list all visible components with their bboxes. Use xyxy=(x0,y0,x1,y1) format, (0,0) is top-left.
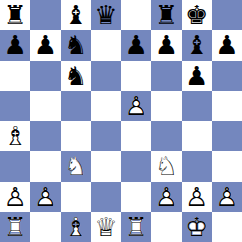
piece-outline-glyph: ♙ xyxy=(121,91,151,121)
square-h4[interactable] xyxy=(212,121,242,151)
square-e8[interactable] xyxy=(121,0,151,30)
piece-outline-glyph: ♖ xyxy=(121,212,151,242)
square-d7[interactable] xyxy=(91,30,121,60)
square-c2[interactable] xyxy=(61,182,91,212)
piece-glyph: ♟ xyxy=(121,30,151,60)
piece-outline-glyph: ♙ xyxy=(151,182,181,212)
piece-white-rook[interactable]: ♜♖ xyxy=(121,212,151,242)
piece-black-king[interactable]: ♚ xyxy=(182,0,212,30)
square-g8[interactable]: ♚ xyxy=(182,0,212,30)
piece-black-pawn[interactable]: ♟ xyxy=(0,30,30,60)
piece-black-rook[interactable]: ♜ xyxy=(151,0,181,30)
square-f1[interactable] xyxy=(151,212,181,242)
square-c1[interactable]: ♝♗ xyxy=(61,212,91,242)
piece-glyph: ♟ xyxy=(212,30,242,60)
piece-black-bishop[interactable]: ♝ xyxy=(182,30,212,60)
square-e1[interactable]: ♜♖ xyxy=(121,212,151,242)
piece-black-queen[interactable]: ♛ xyxy=(91,0,121,30)
piece-black-pawn[interactable]: ♟ xyxy=(151,30,181,60)
piece-white-knight[interactable]: ♞♘ xyxy=(151,151,181,181)
square-c8[interactable]: ♝ xyxy=(61,0,91,30)
square-h8[interactable] xyxy=(212,0,242,30)
square-b1[interactable] xyxy=(30,212,60,242)
square-a4[interactable]: ♝♗ xyxy=(0,121,30,151)
piece-glyph: ♜ xyxy=(151,0,181,30)
square-g4[interactable] xyxy=(182,121,212,151)
square-c7[interactable]: ♞ xyxy=(61,30,91,60)
square-b2[interactable]: ♟♙ xyxy=(30,182,60,212)
square-b8[interactable] xyxy=(30,0,60,30)
piece-glyph: ♞ xyxy=(61,30,91,60)
square-b7[interactable]: ♟ xyxy=(30,30,60,60)
piece-white-pawn[interactable]: ♟♙ xyxy=(30,182,60,212)
piece-glyph: ♝ xyxy=(61,0,91,30)
square-g2[interactable]: ♟♙ xyxy=(182,182,212,212)
piece-black-pawn[interactable]: ♟ xyxy=(212,30,242,60)
square-d4[interactable] xyxy=(91,121,121,151)
piece-black-pawn[interactable]: ♟ xyxy=(121,30,151,60)
square-e6[interactable] xyxy=(121,61,151,91)
piece-outline-glyph: ♘ xyxy=(151,151,181,181)
piece-outline-glyph: ♔ xyxy=(182,212,212,242)
piece-glyph: ♚ xyxy=(182,0,212,30)
square-f2[interactable]: ♟♙ xyxy=(151,182,181,212)
square-d6[interactable] xyxy=(91,61,121,91)
square-g5[interactable] xyxy=(182,91,212,121)
piece-white-rook[interactable]: ♜♖ xyxy=(0,212,30,242)
piece-glyph: ♟ xyxy=(0,30,30,60)
piece-black-rook[interactable]: ♜ xyxy=(0,0,30,30)
piece-outline-glyph: ♙ xyxy=(212,182,242,212)
piece-white-pawn[interactable]: ♟♙ xyxy=(0,182,30,212)
square-d2[interactable] xyxy=(91,182,121,212)
square-g7[interactable]: ♝ xyxy=(182,30,212,60)
piece-glyph: ♟ xyxy=(151,30,181,60)
piece-outline-glyph: ♖ xyxy=(0,212,30,242)
square-h6[interactable] xyxy=(212,61,242,91)
square-e5[interactable]: ♟♙ xyxy=(121,91,151,121)
square-h2[interactable]: ♟♙ xyxy=(212,182,242,212)
piece-white-pawn[interactable]: ♟♙ xyxy=(182,182,212,212)
piece-glyph: ♛ xyxy=(91,0,121,30)
square-f5[interactable] xyxy=(151,91,181,121)
square-d1[interactable]: ♛♕ xyxy=(91,212,121,242)
piece-glyph: ♞ xyxy=(61,61,91,91)
square-a6[interactable] xyxy=(0,61,30,91)
piece-white-king[interactable]: ♚♔ xyxy=(182,212,212,242)
piece-white-pawn[interactable]: ♟♙ xyxy=(212,182,242,212)
piece-white-bishop[interactable]: ♝♗ xyxy=(0,121,30,151)
square-c5[interactable] xyxy=(61,91,91,121)
square-a2[interactable]: ♟♙ xyxy=(0,182,30,212)
square-f4[interactable] xyxy=(151,121,181,151)
square-b6[interactable] xyxy=(30,61,60,91)
square-f7[interactable]: ♟ xyxy=(151,30,181,60)
square-a8[interactable]: ♜ xyxy=(0,0,30,30)
piece-outline-glyph: ♙ xyxy=(0,182,30,212)
square-d3[interactable] xyxy=(91,151,121,181)
piece-white-queen[interactable]: ♛♕ xyxy=(91,212,121,242)
piece-outline-glyph: ♙ xyxy=(30,182,60,212)
square-a5[interactable] xyxy=(0,91,30,121)
square-c6[interactable]: ♞ xyxy=(61,61,91,91)
piece-glyph: ♟ xyxy=(30,30,60,60)
square-e4[interactable] xyxy=(121,121,151,151)
square-h1[interactable] xyxy=(212,212,242,242)
piece-black-pawn[interactable]: ♟ xyxy=(182,61,212,91)
piece-white-pawn[interactable]: ♟♙ xyxy=(121,91,151,121)
square-f3[interactable]: ♞♘ xyxy=(151,151,181,181)
square-a1[interactable]: ♜♖ xyxy=(0,212,30,242)
piece-black-knight[interactable]: ♞ xyxy=(61,30,91,60)
square-g1[interactable]: ♚♔ xyxy=(182,212,212,242)
piece-black-knight[interactable]: ♞ xyxy=(61,61,91,91)
piece-outline-glyph: ♗ xyxy=(61,212,91,242)
square-d5[interactable] xyxy=(91,91,121,121)
square-e2[interactable] xyxy=(121,182,151,212)
chess-board: ♜♝♛♜♚♟♟♞♟♟♝♟♞♟♟♙♝♗♞♘♞♘♟♙♟♙♟♙♟♙♟♙♜♖♝♗♛♕♜♖… xyxy=(0,0,242,242)
square-c3[interactable]: ♞♘ xyxy=(61,151,91,181)
piece-white-bishop[interactable]: ♝♗ xyxy=(61,212,91,242)
square-f6[interactable] xyxy=(151,61,181,91)
piece-white-knight[interactable]: ♞♘ xyxy=(61,151,91,181)
piece-glyph: ♟ xyxy=(182,61,212,91)
piece-white-pawn[interactable]: ♟♙ xyxy=(151,182,181,212)
square-a3[interactable] xyxy=(0,151,30,181)
piece-outline-glyph: ♘ xyxy=(61,151,91,181)
square-e7[interactable]: ♟ xyxy=(121,30,151,60)
square-f8[interactable]: ♜ xyxy=(151,0,181,30)
piece-outline-glyph: ♗ xyxy=(0,121,30,151)
square-e3[interactable] xyxy=(121,151,151,181)
square-d8[interactable]: ♛ xyxy=(91,0,121,30)
piece-glyph: ♜ xyxy=(0,0,30,30)
square-a7[interactable]: ♟ xyxy=(0,30,30,60)
square-b4[interactable] xyxy=(30,121,60,151)
piece-black-bishop[interactable]: ♝ xyxy=(61,0,91,30)
square-b5[interactable] xyxy=(30,91,60,121)
piece-outline-glyph: ♙ xyxy=(182,182,212,212)
square-h7[interactable]: ♟ xyxy=(212,30,242,60)
square-g3[interactable] xyxy=(182,151,212,181)
square-h3[interactable] xyxy=(212,151,242,181)
square-g6[interactable]: ♟ xyxy=(182,61,212,91)
piece-outline-glyph: ♕ xyxy=(91,212,121,242)
square-b3[interactable] xyxy=(30,151,60,181)
square-c4[interactable] xyxy=(61,121,91,151)
square-h5[interactable] xyxy=(212,91,242,121)
piece-glyph: ♝ xyxy=(182,30,212,60)
piece-black-pawn[interactable]: ♟ xyxy=(30,30,60,60)
